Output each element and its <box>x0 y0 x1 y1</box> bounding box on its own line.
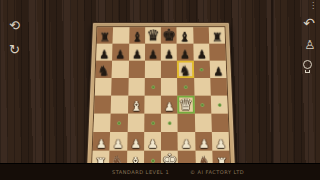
legal-move-dot-g4[interactable] <box>201 103 205 107</box>
square-g5[interactable] <box>194 78 211 96</box>
square-f8[interactable]: ♝ <box>177 27 193 44</box>
legal-move-dot-d1[interactable] <box>151 158 155 162</box>
rotate-board-icon-glyph: ⟲ <box>9 18 20 33</box>
legal-move-dot-f5[interactable] <box>184 85 188 89</box>
square-b7[interactable]: ♟ <box>112 44 129 61</box>
black-rook-a8[interactable]: ♜ <box>97 31 113 43</box>
square-d4[interactable] <box>144 96 161 114</box>
legal-move-dot-d5[interactable] <box>151 85 155 89</box>
square-e2[interactable] <box>161 132 178 151</box>
black-pawn-h6[interactable]: ♟ <box>210 66 226 77</box>
chess-board-area: ♜♝♛♚♝♜♟♟♟♟♟♟♟♞♞♟♝♟♛♟♟♟♟♟♟♟♜♞♝♚♞♜ <box>86 12 234 170</box>
square-h8[interactable]: ♜ <box>209 27 226 44</box>
wood-plank-seam <box>44 0 46 180</box>
square-d8[interactable]: ♛ <box>145 27 161 44</box>
square-e3[interactable] <box>161 114 178 132</box>
lightbulb-base <box>305 70 310 73</box>
black-pawn-f7[interactable]: ♟ <box>177 49 193 60</box>
square-f7[interactable]: ♟ <box>177 44 193 61</box>
white-pawn-a2[interactable]: ♟ <box>93 138 110 150</box>
square-d3[interactable] <box>144 114 161 132</box>
new-game-icon-glyph: ↻ <box>9 42 20 57</box>
status-text-left: STANDARD LEVEL 1 <box>112 169 169 175</box>
square-a7[interactable]: ♟ <box>96 44 113 61</box>
square-b5[interactable] <box>111 78 128 96</box>
square-d5[interactable] <box>145 78 162 96</box>
square-f6[interactable]: ♞ <box>177 61 194 78</box>
square-c2[interactable]: ♟ <box>127 132 144 151</box>
white-pawn-e4[interactable]: ♟ <box>161 101 178 113</box>
black-bishop-c8[interactable]: ♝ <box>129 30 145 43</box>
square-d6[interactable] <box>145 61 161 78</box>
black-pawn-e7[interactable]: ♟ <box>161 49 177 60</box>
legal-move-dot-b3[interactable] <box>117 121 121 125</box>
chess-board[interactable]: ♜♝♛♚♝♜♟♟♟♟♟♟♟♞♞♟♝♟♛♟♟♟♟♟♟♟♜♞♝♚♞♜ <box>91 26 231 171</box>
square-h3[interactable] <box>211 114 228 132</box>
square-a5[interactable] <box>95 78 112 96</box>
legal-move-dot-d3[interactable] <box>151 121 155 125</box>
square-f5[interactable] <box>178 78 195 96</box>
black-pawn-g7[interactable]: ♟ <box>194 49 210 60</box>
white-pawn-b2[interactable]: ♟ <box>110 138 127 150</box>
white-pawn-h2[interactable]: ♟ <box>212 138 229 150</box>
black-knight-f6[interactable]: ♞ <box>178 64 194 77</box>
square-b3[interactable] <box>110 114 127 132</box>
app-screen: ⟲ ↻ ↶ ♙ ⋮ ♜♝♛♚♝♜♟♟♟♟♟♟♟♞♞♟♝♟♛♟♟♟♟♟♟♟♜♞♝♚… <box>0 0 320 180</box>
status-text-right: © AI FACTORY LTD <box>190 169 244 175</box>
white-pawn-f2[interactable]: ♟ <box>178 138 195 150</box>
square-d7[interactable]: ♟ <box>145 44 161 61</box>
square-c7[interactable]: ♟ <box>129 44 145 61</box>
square-c3[interactable] <box>127 114 144 132</box>
lightbulb-glass <box>303 60 312 69</box>
legal-move-dot-g6[interactable] <box>200 68 204 72</box>
white-pawn-d2[interactable]: ♟ <box>144 138 161 150</box>
square-a4[interactable] <box>94 96 111 114</box>
legal-move-dot-e3[interactable] <box>168 121 172 125</box>
square-a8[interactable]: ♜ <box>97 27 114 44</box>
black-pawn-b7[interactable]: ♟ <box>112 49 128 60</box>
black-knight-a6[interactable]: ♞ <box>96 64 112 77</box>
board-frame: ♜♝♛♚♝♜♟♟♟♟♟♟♟♞♞♟♝♟♛♟♟♟♟♟♟♟♜♞♝♚♞♜ <box>86 22 237 176</box>
square-a2[interactable]: ♟ <box>93 132 111 151</box>
square-f3[interactable] <box>178 114 195 132</box>
white-bishop-c4[interactable]: ♝ <box>128 99 145 113</box>
white-pawn-c2[interactable]: ♟ <box>127 138 144 150</box>
square-g4[interactable] <box>194 96 211 114</box>
square-b4[interactable] <box>111 96 128 114</box>
black-king-e8[interactable]: ♚ <box>161 27 177 43</box>
square-c4[interactable]: ♝ <box>128 96 145 114</box>
square-g8[interactable] <box>193 27 209 44</box>
hint-lightbulb-icon[interactable] <box>301 60 313 74</box>
square-e4[interactable]: ♟ <box>161 96 178 114</box>
black-pawn-a7[interactable]: ♟ <box>96 49 112 60</box>
square-e6[interactable] <box>161 61 177 78</box>
square-g6[interactable] <box>194 61 211 78</box>
square-e5[interactable] <box>161 78 178 96</box>
black-pawn-c7[interactable]: ♟ <box>129 49 145 60</box>
white-queen-f4[interactable]: ♛ <box>178 97 195 112</box>
board-3d-tilt: ♜♝♛♚♝♜♟♟♟♟♟♟♟♞♞♟♝♟♛♟♟♟♟♟♟♟♜♞♝♚♞♜ <box>86 22 234 170</box>
black-rook-h8[interactable]: ♜ <box>209 31 225 43</box>
status-bar: STANDARD LEVEL 1 © AI FACTORY LTD <box>0 163 320 180</box>
square-h5[interactable] <box>210 78 227 96</box>
overflow-menu-icon[interactable]: ⋮ <box>309 1 317 10</box>
square-d2[interactable]: ♟ <box>144 132 161 151</box>
new-game-icon[interactable]: ↻ <box>9 39 20 58</box>
legal-move-dot-h4[interactable] <box>217 103 221 107</box>
square-c5[interactable] <box>128 78 145 96</box>
square-h2[interactable]: ♟ <box>212 132 230 151</box>
square-g2[interactable]: ♟ <box>195 132 212 151</box>
player-icon[interactable]: ♙ <box>304 38 315 52</box>
square-h7[interactable] <box>209 44 226 61</box>
square-f4[interactable]: ♛ <box>178 96 195 114</box>
rotate-board-icon[interactable]: ⟲ <box>9 15 20 34</box>
square-g3[interactable] <box>195 114 212 132</box>
square-b2[interactable]: ♟ <box>110 132 127 151</box>
square-h4[interactable] <box>211 96 228 114</box>
square-f2[interactable]: ♟ <box>178 132 195 151</box>
square-c6[interactable] <box>128 61 145 78</box>
black-pawn-d7[interactable]: ♟ <box>145 49 161 60</box>
square-a3[interactable] <box>93 114 110 132</box>
square-g7[interactable]: ♟ <box>193 44 210 61</box>
square-e8[interactable]: ♚ <box>161 27 177 44</box>
black-bishop-f8[interactable]: ♝ <box>177 30 193 43</box>
black-queen-d8[interactable]: ♛ <box>145 28 161 43</box>
square-h6[interactable]: ♟ <box>210 61 227 78</box>
square-c8[interactable]: ♝ <box>129 27 145 44</box>
square-e7[interactable]: ♟ <box>161 44 177 61</box>
square-b6[interactable] <box>112 61 129 78</box>
undo-move-icon[interactable]: ↶ <box>303 15 315 31</box>
square-a6[interactable]: ♞ <box>95 61 112 78</box>
wood-plank-seam <box>271 0 273 180</box>
square-b8[interactable] <box>113 27 129 44</box>
white-pawn-g2[interactable]: ♟ <box>195 138 212 150</box>
